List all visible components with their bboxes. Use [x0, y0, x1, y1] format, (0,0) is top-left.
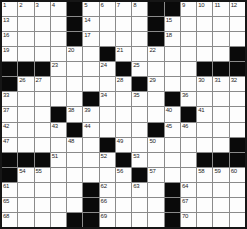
cell-r6c2[interactable]: 26	[18, 77, 33, 91]
cell-r14c2[interactable]	[18, 198, 33, 212]
clue-number-33: 33	[3, 92, 9, 99]
cell-r8c14[interactable]	[213, 107, 228, 121]
cell-r6c7[interactable]	[100, 77, 115, 91]
black-square-r11c13	[197, 153, 212, 167]
cell-r2c12[interactable]	[181, 17, 196, 31]
clue-number-59: 59	[214, 168, 220, 175]
cell-r8c9[interactable]	[132, 107, 147, 121]
cell-r7c12[interactable]: 36	[181, 92, 196, 106]
black-square-r11c2	[18, 153, 33, 167]
cell-r6c3[interactable]: 27	[35, 77, 50, 91]
black-square-r5c15	[230, 62, 245, 76]
cell-r10c9[interactable]	[132, 138, 147, 152]
cell-r9c14[interactable]	[213, 123, 228, 137]
clue-number-14: 14	[84, 17, 90, 24]
clue-number-4: 4	[52, 2, 55, 9]
cell-r12c15[interactable]: 60	[230, 168, 245, 182]
cell-r13c4[interactable]	[51, 183, 66, 197]
cell-r9c13[interactable]	[197, 123, 212, 137]
clue-number-51: 51	[52, 153, 58, 160]
cell-r5c7[interactable]: 24	[100, 62, 115, 76]
cell-r11c11[interactable]	[165, 153, 180, 167]
cell-r5c9[interactable]: 25	[132, 62, 147, 76]
black-square-r11c14	[213, 153, 228, 167]
cell-r7c9[interactable]: 35	[132, 92, 147, 106]
black-square-r8c4	[51, 107, 66, 121]
black-square-r2c10	[148, 17, 163, 31]
cell-r11c7[interactable]: 52	[100, 153, 115, 167]
cell-r2c1[interactable]: 13	[2, 17, 17, 31]
cell-r3c14[interactable]	[213, 32, 228, 46]
black-square-r5c2	[18, 62, 33, 76]
black-square-r8c12	[181, 107, 196, 121]
cell-r2c3[interactable]	[35, 17, 50, 31]
cell-r4c1[interactable]: 19	[2, 47, 17, 61]
clue-number-27: 27	[36, 77, 42, 84]
cell-r6c15[interactable]: 32	[230, 77, 245, 91]
cell-r10c14[interactable]	[213, 138, 228, 152]
cell-r12c12[interactable]	[181, 168, 196, 182]
clue-number-69: 69	[101, 213, 107, 220]
clue-number-34: 34	[101, 92, 107, 99]
cell-r6c13[interactable]: 30	[197, 77, 212, 91]
cell-r2c6[interactable]: 14	[83, 17, 98, 31]
cell-r8c11[interactable]: 40	[165, 107, 180, 121]
clue-number-39: 39	[84, 107, 90, 114]
black-square-r6c9	[132, 77, 147, 91]
clue-number-41: 41	[198, 107, 204, 114]
cell-r10c11[interactable]	[165, 138, 180, 152]
cell-r1c7[interactable]: 6	[100, 2, 115, 16]
cell-r15c8[interactable]	[116, 213, 131, 227]
cell-r13c10[interactable]	[148, 183, 163, 197]
cell-r2c9[interactable]	[132, 17, 147, 31]
clue-number-7: 7	[117, 2, 120, 9]
cell-r13c2[interactable]	[18, 183, 33, 197]
clue-number-5: 5	[84, 2, 87, 9]
cell-r8c15[interactable]	[230, 107, 245, 121]
clue-number-15: 15	[166, 17, 172, 24]
cell-r4c12[interactable]	[181, 47, 196, 61]
cell-r8c3[interactable]	[35, 107, 50, 121]
cell-r10c6[interactable]	[83, 138, 98, 152]
cell-r12c14[interactable]: 59	[213, 168, 228, 182]
cell-r3c1[interactable]: 16	[2, 32, 17, 46]
cell-r4c14[interactable]	[213, 47, 228, 61]
cell-r6c5[interactable]	[67, 77, 82, 91]
cell-r6c4[interactable]	[51, 77, 66, 91]
clue-number-16: 16	[3, 32, 9, 39]
cell-r8c2[interactable]	[18, 107, 33, 121]
cell-r12c5[interactable]	[67, 168, 82, 182]
clue-number-21: 21	[117, 47, 123, 54]
black-square-r10c15	[230, 138, 245, 152]
clue-number-68: 68	[3, 213, 9, 220]
cell-r6c6[interactable]	[83, 77, 98, 91]
cell-r12c7[interactable]	[100, 168, 115, 182]
clue-number-30: 30	[198, 77, 204, 84]
clue-number-53: 53	[133, 153, 139, 160]
cell-r9c6[interactable]: 44	[83, 123, 98, 137]
cell-r13c1[interactable]: 61	[2, 183, 17, 197]
cell-r2c8[interactable]	[116, 17, 131, 31]
cell-r13c7[interactable]: 62	[100, 183, 115, 197]
cell-r13c12[interactable]: 64	[181, 183, 196, 197]
cell-r4c10[interactable]: 22	[148, 47, 163, 61]
cell-r11c10[interactable]	[148, 153, 163, 167]
clue-number-55: 55	[36, 168, 42, 175]
cell-r13c5[interactable]	[67, 183, 82, 197]
cell-r15c4[interactable]	[51, 213, 66, 227]
cell-r14c15[interactable]	[230, 198, 245, 212]
cell-r12c6[interactable]	[83, 168, 98, 182]
clue-number-47: 47	[3, 138, 9, 145]
clue-number-9: 9	[182, 2, 185, 9]
cell-r15c14[interactable]	[213, 213, 228, 227]
clue-number-54: 54	[19, 168, 25, 175]
cell-r14c8[interactable]	[116, 198, 131, 212]
clue-number-38: 38	[68, 107, 74, 114]
clue-number-37: 37	[3, 107, 9, 114]
cell-r15c2[interactable]	[18, 213, 33, 227]
cell-r9c3[interactable]	[35, 123, 50, 137]
clue-number-26: 26	[19, 77, 25, 84]
cell-r1c8[interactable]: 7	[116, 2, 131, 16]
cell-r12c4[interactable]	[51, 168, 66, 182]
black-square-r5c3	[35, 62, 50, 76]
cell-r4c9[interactable]	[132, 47, 147, 61]
cell-r13c3[interactable]	[35, 183, 50, 197]
cell-r12c10[interactable]: 57	[148, 168, 163, 182]
clue-number-2: 2	[19, 2, 22, 9]
clue-number-19: 19	[3, 47, 9, 54]
cell-r11c6[interactable]	[83, 153, 98, 167]
cell-r14c14[interactable]	[213, 198, 228, 212]
clue-number-61: 61	[3, 183, 9, 190]
cell-r7c2[interactable]	[18, 92, 33, 106]
cell-r9c1[interactable]: 42	[2, 123, 17, 137]
cell-r12c2[interactable]: 54	[18, 168, 33, 182]
cell-r1c15[interactable]: 12	[230, 2, 245, 16]
cell-r2c13[interactable]	[197, 17, 212, 31]
cell-r15c12[interactable]: 70	[181, 213, 196, 227]
cell-r3c12[interactable]	[181, 32, 196, 46]
clue-number-40: 40	[166, 107, 172, 114]
clue-number-35: 35	[133, 92, 139, 99]
black-square-r5c13	[197, 62, 212, 76]
clue-number-43: 43	[52, 123, 58, 130]
cell-r13c9[interactable]: 63	[132, 183, 147, 197]
black-square-r1c5	[67, 2, 82, 16]
cell-r9c8[interactable]	[116, 123, 131, 137]
cell-r8c5[interactable]: 38	[67, 107, 82, 121]
cell-r4c3[interactable]	[35, 47, 50, 61]
clue-number-46: 46	[182, 123, 188, 130]
cell-r14c4[interactable]	[51, 198, 66, 212]
cell-r8c6[interactable]: 39	[83, 107, 98, 121]
cell-r4c8[interactable]: 21	[116, 47, 131, 61]
black-square-r7c11	[165, 92, 180, 106]
cell-r5c12[interactable]	[181, 62, 196, 76]
black-square-r1c11	[165, 2, 180, 16]
cell-r3c9[interactable]	[132, 32, 147, 46]
clue-number-32: 32	[231, 77, 237, 84]
cell-r13c8[interactable]	[116, 183, 131, 197]
clue-number-18: 18	[166, 32, 172, 39]
clue-number-36: 36	[182, 92, 188, 99]
cell-r1c14[interactable]: 11	[213, 2, 228, 16]
black-square-r3c5	[67, 32, 82, 46]
cell-r9c15[interactable]	[230, 123, 245, 137]
cell-r13c15[interactable]	[230, 183, 245, 197]
cell-r9c11[interactable]: 45	[165, 123, 180, 137]
cell-r9c9[interactable]	[132, 123, 147, 137]
cell-r4c4[interactable]	[51, 47, 66, 61]
cell-r10c8[interactable]: 49	[116, 138, 131, 152]
cell-r14c13[interactable]	[197, 198, 212, 212]
black-square-r14c11	[165, 198, 180, 212]
clue-number-70: 70	[182, 213, 188, 220]
black-square-r15c5	[67, 213, 82, 227]
cell-r8c7[interactable]	[100, 107, 115, 121]
black-square-r5c1	[2, 62, 17, 76]
cell-r7c8[interactable]	[116, 92, 131, 106]
cell-r7c13[interactable]	[197, 92, 212, 106]
cell-r11c4[interactable]: 51	[51, 153, 66, 167]
cell-r3c11[interactable]: 18	[165, 32, 180, 46]
cell-r14c10[interactable]	[148, 198, 163, 212]
cell-r11c9[interactable]: 53	[132, 153, 147, 167]
cell-r3c3[interactable]	[35, 32, 50, 46]
cell-r9c7[interactable]	[100, 123, 115, 137]
cell-r11c12[interactable]	[181, 153, 196, 167]
clue-number-67: 67	[182, 198, 188, 205]
black-square-r4c15	[230, 47, 245, 61]
black-square-r12c9	[132, 168, 147, 182]
cell-r8c13[interactable]: 41	[197, 107, 212, 121]
clue-number-24: 24	[101, 62, 107, 69]
black-square-r5c8	[116, 62, 131, 76]
cell-r6c8[interactable]: 28	[116, 77, 131, 91]
cell-r2c2[interactable]	[18, 17, 33, 31]
black-square-r11c1	[2, 153, 17, 167]
cell-r14c5[interactable]	[67, 198, 82, 212]
clue-number-48: 48	[68, 138, 74, 145]
clue-number-57: 57	[149, 168, 155, 175]
black-square-r7c6	[83, 92, 98, 106]
cell-r2c4[interactable]	[51, 17, 66, 31]
black-square-r15c6	[83, 213, 98, 227]
clue-number-6: 6	[101, 2, 104, 9]
cell-r4c13[interactable]	[197, 47, 212, 61]
clue-number-3: 3	[36, 2, 39, 9]
cell-r1c3[interactable]: 3	[35, 2, 50, 16]
cell-r8c8[interactable]	[116, 107, 131, 121]
cell-r3c7[interactable]	[100, 32, 115, 46]
cell-r3c15[interactable]	[230, 32, 245, 46]
clue-number-66: 66	[101, 198, 107, 205]
cell-r10c2[interactable]	[18, 138, 33, 152]
clue-number-52: 52	[101, 153, 107, 160]
cell-r15c10[interactable]	[148, 213, 163, 227]
cell-r1c9[interactable]: 8	[132, 2, 147, 16]
cell-r15c1[interactable]: 68	[2, 213, 17, 227]
cell-r11c5[interactable]	[67, 153, 82, 167]
black-square-r11c8	[116, 153, 131, 167]
clue-number-45: 45	[166, 123, 172, 130]
cell-r8c10[interactable]	[148, 107, 163, 121]
clue-number-60: 60	[231, 168, 237, 175]
cell-r14c3[interactable]	[35, 198, 50, 212]
cell-r15c13[interactable]	[197, 213, 212, 227]
cell-r9c2[interactable]	[18, 123, 33, 137]
black-square-r11c15	[230, 153, 245, 167]
cell-r4c6[interactable]	[83, 47, 98, 61]
clue-number-62: 62	[101, 183, 107, 190]
cell-r15c3[interactable]	[35, 213, 50, 227]
black-square-r15c11	[165, 213, 180, 227]
cell-r3c13[interactable]	[197, 32, 212, 46]
clue-number-13: 13	[3, 17, 9, 24]
cell-r12c11[interactable]	[165, 168, 180, 182]
cell-r12c3[interactable]: 55	[35, 168, 50, 182]
clue-number-22: 22	[149, 47, 155, 54]
clue-number-1: 1	[3, 2, 6, 9]
cell-r8c1[interactable]: 37	[2, 107, 17, 121]
cell-r10c13[interactable]	[197, 138, 212, 152]
cell-r4c11[interactable]	[165, 47, 180, 61]
black-square-r9c5	[67, 123, 82, 137]
cell-r15c9[interactable]	[132, 213, 147, 227]
cell-r1c4[interactable]: 4	[51, 2, 66, 16]
cell-r9c12[interactable]: 46	[181, 123, 196, 137]
black-square-r11c3	[35, 153, 50, 167]
cell-r10c3[interactable]	[35, 138, 50, 152]
cell-r3c4[interactable]	[51, 32, 66, 46]
cell-r7c1[interactable]: 33	[2, 92, 17, 106]
cell-r12c13[interactable]: 58	[197, 168, 212, 182]
clue-number-50: 50	[149, 138, 155, 145]
clue-number-42: 42	[3, 123, 9, 130]
cell-r7c5[interactable]	[67, 92, 82, 106]
cell-r6c10[interactable]: 29	[148, 77, 163, 91]
clue-number-23: 23	[52, 62, 58, 69]
cell-r6c11[interactable]	[165, 77, 180, 91]
cell-r7c15[interactable]	[230, 92, 245, 106]
cell-r7c3[interactable]	[35, 92, 50, 106]
clue-number-28: 28	[117, 77, 123, 84]
cell-r6c14[interactable]: 31	[213, 77, 228, 91]
cell-r1c13[interactable]: 10	[197, 2, 212, 16]
cell-r3c8[interactable]	[116, 32, 131, 46]
cell-r5c4[interactable]: 23	[51, 62, 66, 76]
black-square-r3c10	[148, 32, 163, 46]
clue-number-20: 20	[68, 47, 74, 54]
cell-r5c11[interactable]	[165, 62, 180, 76]
cell-r1c1[interactable]: 1	[2, 2, 17, 16]
cell-r10c4[interactable]	[51, 138, 66, 152]
cell-r5c10[interactable]	[148, 62, 163, 76]
cell-r9c4[interactable]: 43	[51, 123, 66, 137]
clue-number-64: 64	[182, 183, 188, 190]
clue-number-56: 56	[117, 168, 123, 175]
cell-r5c6[interactable]	[83, 62, 98, 76]
clue-number-44: 44	[84, 123, 90, 130]
clue-number-63: 63	[133, 183, 139, 190]
black-square-r1c10	[148, 2, 163, 16]
black-square-r2c5	[67, 17, 82, 31]
cell-r1c6[interactable]: 5	[83, 2, 98, 16]
cell-r15c7[interactable]: 69	[100, 213, 115, 227]
cell-r2c14[interactable]	[213, 17, 228, 31]
black-square-r13c11	[165, 183, 180, 197]
clue-number-12: 12	[231, 2, 237, 9]
cell-r1c2[interactable]: 2	[18, 2, 33, 16]
cell-r10c10[interactable]: 50	[148, 138, 163, 152]
black-square-r4c7	[100, 47, 115, 61]
cell-r12c8[interactable]: 56	[116, 168, 131, 182]
cell-r10c1[interactable]: 47	[2, 138, 17, 152]
clue-number-49: 49	[117, 138, 123, 145]
cell-r10c5[interactable]: 48	[67, 138, 82, 152]
cell-r14c1[interactable]: 65	[2, 198, 17, 212]
cell-r3c2[interactable]	[18, 32, 33, 46]
cell-r15c15[interactable]	[230, 213, 245, 227]
cell-r13c14[interactable]	[213, 183, 228, 197]
black-square-r13c6	[83, 183, 98, 197]
black-square-r5c14	[213, 62, 228, 76]
cell-r5c5[interactable]	[67, 62, 82, 76]
cell-r4c2[interactable]	[18, 47, 33, 61]
clue-number-31: 31	[214, 77, 220, 84]
cell-r2c11[interactable]: 15	[165, 17, 180, 31]
cell-r6c12[interactable]	[181, 77, 196, 91]
cell-r14c7[interactable]: 66	[100, 198, 115, 212]
cell-r3c6[interactable]: 17	[83, 32, 98, 46]
cell-r2c15[interactable]	[230, 17, 245, 31]
cell-r13c13[interactable]	[197, 183, 212, 197]
cell-r10c12[interactable]	[181, 138, 196, 152]
black-square-r12c1	[2, 168, 17, 182]
clue-number-29: 29	[149, 77, 155, 84]
black-square-r14c6	[83, 198, 98, 212]
clue-number-17: 17	[84, 32, 90, 39]
cell-r7c4[interactable]	[51, 92, 66, 106]
clue-number-8: 8	[133, 2, 136, 9]
cell-r7c10[interactable]	[148, 92, 163, 106]
clue-number-11: 11	[214, 2, 220, 9]
cell-r14c9[interactable]	[132, 198, 147, 212]
cell-r1c12[interactable]: 9	[181, 2, 196, 16]
black-square-r10c7	[100, 138, 115, 152]
clue-number-65: 65	[3, 198, 9, 205]
cell-r7c14[interactable]	[213, 92, 228, 106]
cell-r7c7[interactable]: 34	[100, 92, 115, 106]
clue-number-58: 58	[198, 168, 204, 175]
cell-r14c12[interactable]: 67	[181, 198, 196, 212]
clue-number-25: 25	[133, 62, 139, 69]
cell-r4c5[interactable]: 20	[67, 47, 82, 61]
black-square-r9c10	[148, 123, 163, 137]
black-square-r6c1	[2, 77, 17, 91]
cell-r2c7[interactable]	[100, 17, 115, 31]
crossword-grid: 1234567891011121314151617181920212223242…	[0, 0, 247, 229]
clue-number-10: 10	[198, 2, 204, 9]
